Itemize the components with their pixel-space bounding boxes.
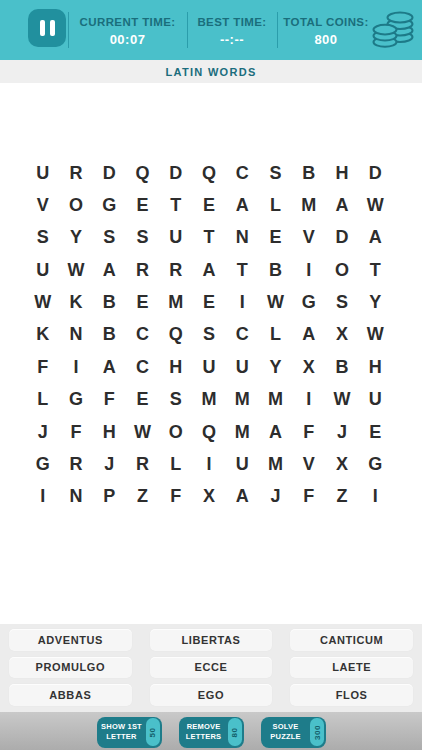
total-coins-section: TOTAL COINS: 800 <box>277 0 375 60</box>
best-time-label: BEST TIME: <box>197 16 266 28</box>
solve-puzzle-cost: 300 <box>310 718 324 746</box>
grid-cell-r8c1[interactable]: L <box>26 384 59 416</box>
grid-cell-r4c11[interactable]: T <box>359 254 392 286</box>
grid-cell-r9c4[interactable]: W <box>126 416 159 448</box>
grid-cell-r6c5[interactable]: Q <box>159 319 192 351</box>
grid-cell-r6c9[interactable]: A <box>292 319 325 351</box>
grid-cell-r10c3[interactable]: J <box>93 448 126 480</box>
grid-cell-r4c10[interactable]: O <box>325 254 358 286</box>
grid-cell-r1c3[interactable]: D <box>93 157 126 189</box>
grid-cell-r10c8[interactable]: M <box>259 448 292 480</box>
grid-cell-r10c7[interactable]: U <box>226 448 259 480</box>
grid-cell-r7c5[interactable]: H <box>159 351 192 383</box>
grid-cell-r7c4[interactable]: C <box>126 351 159 383</box>
grid-cell-r8c6[interactable]: M <box>192 384 225 416</box>
grid-cell-r1c4[interactable]: Q <box>126 157 159 189</box>
grid-cell-r1c9[interactable]: B <box>292 157 325 189</box>
grid-cell-r2c7[interactable]: A <box>226 189 259 221</box>
grid-cell-r5c3[interactable]: B <box>93 286 126 318</box>
solve-puzzle-button[interactable]: SOLVE PUZZLE 300 <box>261 717 326 748</box>
grid-cell-r7c11[interactable]: H <box>359 351 392 383</box>
grid-cell-r10c10[interactable]: X <box>325 448 358 480</box>
best-time-value: --:-- <box>220 32 244 47</box>
grid-cell-r10c5[interactable]: L <box>159 448 192 480</box>
grid-cell-r6c6[interactable]: S <box>192 319 225 351</box>
grid-cell-r7c1[interactable]: F <box>26 351 59 383</box>
grid-cell-r11c3[interactable]: P <box>93 481 126 513</box>
grid-cell-r5c10[interactable]: S <box>325 286 358 318</box>
grid-cell-r3c7[interactable]: N <box>226 222 259 254</box>
total-coins-label: TOTAL COINS: <box>283 16 368 28</box>
remove-letters-label: REMOVE LETTERS <box>179 717 229 748</box>
grid-cell-r5c1[interactable]: W <box>26 286 59 318</box>
grid-cell-r4c6[interactable]: A <box>192 254 225 286</box>
show-first-letter-button[interactable]: SHOW 1ST LETTER 50 <box>97 717 162 748</box>
grid-cell-r2c8[interactable]: L <box>259 189 292 221</box>
grid-cell-r11c6[interactable]: X <box>192 481 225 513</box>
current-time-label: CURRENT TIME: <box>80 16 176 28</box>
grid-cell-r11c4[interactable]: Z <box>126 481 159 513</box>
grid-cell-r5c7[interactable]: I <box>226 286 259 318</box>
word-flos[interactable]: FLOS <box>290 684 413 706</box>
grid-cell-r4c9[interactable]: I <box>292 254 325 286</box>
grid-cell-r3c10[interactable]: D <box>325 222 358 254</box>
powerup-label-line: SOLVE <box>273 723 299 732</box>
grid-cell-r5c6[interactable]: E <box>192 286 225 318</box>
grid-cell-r1c8[interactable]: S <box>259 157 292 189</box>
grid-cell-r9c1[interactable]: J <box>26 416 59 448</box>
grid-cell-r6c7[interactable]: C <box>226 319 259 351</box>
pause-icon <box>50 20 55 36</box>
grid-cell-r4c7[interactable]: T <box>226 254 259 286</box>
grid-cell-r3c1[interactable]: S <box>26 222 59 254</box>
coins-icon <box>371 9 415 51</box>
grid-cell-r4c2[interactable]: W <box>59 254 92 286</box>
word-adventus[interactable]: ADVENTUS <box>9 629 132 651</box>
grid-cell-r2c5[interactable]: T <box>159 189 192 221</box>
grid-cell-r6c11[interactable]: W <box>359 319 392 351</box>
grid-cell-r11c9[interactable]: F <box>292 481 325 513</box>
grid-cell-r8c5[interactable]: S <box>159 384 192 416</box>
grid-cell-r8c11[interactable]: U <box>359 384 392 416</box>
grid-cell-r9c5[interactable]: O <box>159 416 192 448</box>
grid-cell-r9c2[interactable]: F <box>59 416 92 448</box>
word-libertas[interactable]: LIBERTAS <box>150 629 273 651</box>
grid-cell-r2c4[interactable]: E <box>126 189 159 221</box>
grid-cell-r6c2[interactable]: N <box>59 319 92 351</box>
grid-cell-r9c8[interactable]: A <box>259 416 292 448</box>
grid-cell-r11c2[interactable]: N <box>59 481 92 513</box>
powerup-label-line: LETTER <box>106 733 136 742</box>
grid-cell-r5c8[interactable]: W <box>259 286 292 318</box>
grid-cell-r10c9[interactable]: V <box>292 448 325 480</box>
best-time-section: BEST TIME: --:-- <box>187 0 277 60</box>
remove-letters-button[interactable]: REMOVE LETTERS 80 <box>179 717 244 748</box>
grid-cell-r9c9[interactable]: F <box>292 416 325 448</box>
grid-cell-r6c8[interactable]: L <box>259 319 292 351</box>
word-abbas[interactable]: ABBAS <box>9 684 132 706</box>
grid-cell-r5c9[interactable]: G <box>292 286 325 318</box>
grid-cell-r3c8[interactable]: E <box>259 222 292 254</box>
solve-puzzle-label: SOLVE PUZZLE <box>261 717 311 748</box>
grid-cell-r11c11[interactable]: I <box>359 481 392 513</box>
grid-cell-r11c8[interactable]: J <box>259 481 292 513</box>
grid-cell-r3c4[interactable]: S <box>126 222 159 254</box>
grid-cell-r7c9[interactable]: X <box>292 351 325 383</box>
grid-cell-r1c10[interactable]: H <box>325 157 358 189</box>
grid-cell-r3c9[interactable]: V <box>292 222 325 254</box>
grid-cell-r2c10[interactable]: A <box>325 189 358 221</box>
cost-value: 50 <box>149 727 158 737</box>
grid-cell-r7c2[interactable]: I <box>59 351 92 383</box>
grid-cell-r1c2[interactable]: R <box>59 157 92 189</box>
word-list: ADVENTUSLIBERTASCANTICUMPROMULGOECCELAET… <box>0 624 422 712</box>
grid-cell-r10c6[interactable]: I <box>192 448 225 480</box>
powerup-label-line: PUZZLE <box>270 733 300 742</box>
grid-cell-r8c3[interactable]: F <box>93 384 126 416</box>
grid-cell-r2c1[interactable]: V <box>26 189 59 221</box>
show-first-letter-cost: 50 <box>146 718 160 746</box>
current-time-value: 00:07 <box>110 32 146 47</box>
grid-cell-r3c6[interactable]: T <box>192 222 225 254</box>
grid-cell-r10c11[interactable]: G <box>359 448 392 480</box>
grid-cell-r3c11[interactable]: A <box>359 222 392 254</box>
grid-cell-r7c6[interactable]: U <box>192 351 225 383</box>
grid-cell-r7c3[interactable]: A <box>93 351 126 383</box>
grid-cell-r9c11[interactable]: E <box>359 416 392 448</box>
cost-value: 80 <box>231 727 240 737</box>
word-canticum[interactable]: CANTICUM <box>290 629 413 651</box>
grid-cell-r2c6[interactable]: E <box>192 189 225 221</box>
grid-cell-r4c4[interactable]: R <box>126 254 159 286</box>
puzzle-title-bar: LATIN WORDS <box>0 60 422 83</box>
grid-cell-r1c11[interactable]: D <box>359 157 392 189</box>
letter-grid: URDQDQCSBHDVOGETEALMAWSYSSUTNEVDAUWARRAT… <box>26 157 392 513</box>
grid-cell-r2c11[interactable]: W <box>359 189 392 221</box>
grid-cell-r1c5[interactable]: D <box>159 157 192 189</box>
grid-cell-r5c5[interactable]: M <box>159 286 192 318</box>
grid-cell-r6c3[interactable]: B <box>93 319 126 351</box>
grid-cell-r4c5[interactable]: R <box>159 254 192 286</box>
grid-cell-r11c1[interactable]: I <box>26 481 59 513</box>
grid-cell-r9c7[interactable]: M <box>226 416 259 448</box>
grid-cell-r5c2[interactable]: K <box>59 286 92 318</box>
grid-cell-r5c4[interactable]: E <box>126 286 159 318</box>
cost-value: 300 <box>313 725 322 740</box>
total-coins-value: 800 <box>314 32 337 47</box>
grid-cell-r2c2[interactable]: O <box>59 189 92 221</box>
grid-cell-r10c1[interactable]: G <box>26 448 59 480</box>
grid-cell-r11c7[interactable]: A <box>226 481 259 513</box>
grid-cell-r1c7[interactable]: C <box>226 157 259 189</box>
grid-cell-r5c11[interactable]: Y <box>359 286 392 318</box>
grid-cell-r8c9[interactable]: I <box>292 384 325 416</box>
app-root: CURRENT TIME: 00:07 BEST TIME: --:-- TOT… <box>0 0 422 750</box>
grid-cell-r6c4[interactable]: C <box>126 319 159 351</box>
grid-cell-r10c4[interactable]: R <box>126 448 159 480</box>
word-ecce[interactable]: ECCE <box>150 657 273 679</box>
grid-cell-r8c10[interactable]: W <box>325 384 358 416</box>
grid-cell-r2c9[interactable]: M <box>292 189 325 221</box>
grid-cell-r6c1[interactable]: K <box>26 319 59 351</box>
header-bar: CURRENT TIME: 00:07 BEST TIME: --:-- TOT… <box>0 0 422 60</box>
grid-cell-r9c10[interactable]: J <box>325 416 358 448</box>
pause-button[interactable] <box>28 9 66 47</box>
current-time-section: CURRENT TIME: 00:07 <box>68 0 187 60</box>
show-first-letter-label: SHOW 1ST LETTER <box>97 717 147 748</box>
grid-cell-r11c5[interactable]: F <box>159 481 192 513</box>
grid-cell-r7c10[interactable]: B <box>325 351 358 383</box>
grid-cell-r10c2[interactable]: R <box>59 448 92 480</box>
grid-cell-r8c7[interactable]: M <box>226 384 259 416</box>
powerup-label-line: REMOVE <box>187 723 221 732</box>
grid-cell-r4c1[interactable]: U <box>26 254 59 286</box>
grid-cell-r3c2[interactable]: Y <box>59 222 92 254</box>
grid-cell-r4c8[interactable]: B <box>259 254 292 286</box>
grid-cell-r1c1[interactable]: U <box>26 157 59 189</box>
word-ego[interactable]: EGO <box>150 684 273 706</box>
grid-cell-r8c2[interactable]: G <box>59 384 92 416</box>
grid-cell-r2c3[interactable]: G <box>93 189 126 221</box>
grid-cell-r1c6[interactable]: Q <box>192 157 225 189</box>
powerup-bar: SHOW 1ST LETTER 50 REMOVE LETTERS 80 SOL… <box>0 712 422 750</box>
grid-cell-r9c6[interactable]: Q <box>192 416 225 448</box>
pause-icon <box>40 20 45 36</box>
grid-cell-r3c3[interactable]: S <box>93 222 126 254</box>
word-promulgo[interactable]: PROMULGO <box>9 657 132 679</box>
grid-cell-r7c8[interactable]: Y <box>259 351 292 383</box>
grid-cell-r4c3[interactable]: A <box>93 254 126 286</box>
grid-cell-r9c3[interactable]: H <box>93 416 126 448</box>
grid-cell-r11c10[interactable]: Z <box>325 481 358 513</box>
powerup-label-line: SHOW 1ST <box>101 723 142 732</box>
word-laete[interactable]: LAETE <box>290 657 413 679</box>
remove-letters-cost: 80 <box>228 718 242 746</box>
puzzle-title: LATIN WORDS <box>165 66 256 78</box>
grid-cell-r7c7[interactable]: U <box>226 351 259 383</box>
grid-cell-r3c5[interactable]: U <box>159 222 192 254</box>
grid-cell-r8c8[interactable]: M <box>259 384 292 416</box>
grid-cell-r6c10[interactable]: X <box>325 319 358 351</box>
powerup-label-line: LETTERS <box>186 733 222 742</box>
grid-cell-r8c4[interactable]: E <box>126 384 159 416</box>
